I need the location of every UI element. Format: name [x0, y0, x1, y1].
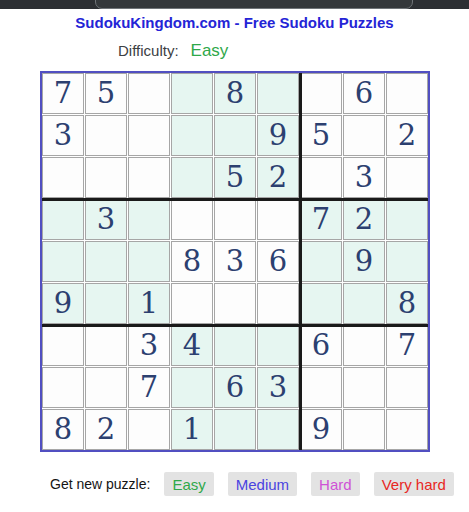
sudoku-cell-r7c9: 7: [386, 325, 428, 366]
sudoku-cell-r4c2: 3: [85, 199, 127, 240]
sudoku-cell-r6c4[interactable]: [171, 283, 213, 324]
sudoku-cell-r5c5: 3: [214, 241, 256, 282]
sudoku-cell-r5c7[interactable]: [300, 241, 342, 282]
sudoku-cell-r5c9[interactable]: [386, 241, 428, 282]
sudoku-cell-r9c4: 1: [171, 409, 213, 450]
sudoku-cell-r3c1[interactable]: [42, 157, 84, 198]
sudoku-cell-r2c1: 3: [42, 115, 84, 156]
sudoku-cell-r3c9[interactable]: [386, 157, 428, 198]
sudoku-cell-r2c9: 2: [386, 115, 428, 156]
sudoku-cell-r3c6: 2: [257, 157, 299, 198]
sudoku-cell-r6c2[interactable]: [85, 283, 127, 324]
sudoku-cell-r7c4: 4: [171, 325, 213, 366]
difficulty-line: Difficulty: Easy: [118, 41, 228, 61]
sudoku-cell-r8c4[interactable]: [171, 367, 213, 408]
new-puzzle-easy-button[interactable]: Easy: [164, 472, 213, 496]
sudoku-cell-r1c3[interactable]: [128, 73, 170, 114]
sudoku-cell-r7c1[interactable]: [42, 325, 84, 366]
sudoku-cell-r4c7: 7: [300, 199, 342, 240]
sudoku-cell-r7c8[interactable]: [343, 325, 385, 366]
sudoku-board: 75863952523372836991834677638219: [40, 71, 430, 452]
sudoku-cell-r1c9[interactable]: [386, 73, 428, 114]
new-puzzle-label: Get new puzzle:: [50, 476, 150, 492]
sudoku-cell-r5c4: 8: [171, 241, 213, 282]
sudoku-cell-r7c5[interactable]: [214, 325, 256, 366]
sudoku-cell-r7c6[interactable]: [257, 325, 299, 366]
sudoku-cell-r8c8[interactable]: [343, 367, 385, 408]
sudoku-cell-r7c7: 6: [300, 325, 342, 366]
browser-omnibox[interactable]: [95, 0, 413, 9]
sudoku-cell-r7c2[interactable]: [85, 325, 127, 366]
new-puzzle-bar: Get new puzzle: EasyMediumHardVery hard: [50, 472, 454, 496]
sudoku-cell-r5c1[interactable]: [42, 241, 84, 282]
sudoku-cell-r6c8[interactable]: [343, 283, 385, 324]
sudoku-cell-r1c4[interactable]: [171, 73, 213, 114]
sudoku-cell-r2c3[interactable]: [128, 115, 170, 156]
sudoku-cell-r2c2[interactable]: [85, 115, 127, 156]
sudoku-cell-r9c8[interactable]: [343, 409, 385, 450]
sudoku-cell-r8c1[interactable]: [42, 367, 84, 408]
sudoku-cell-r9c2: 2: [85, 409, 127, 450]
sudoku-cell-r9c3[interactable]: [128, 409, 170, 450]
sudoku-cell-r4c5[interactable]: [214, 199, 256, 240]
sudoku-cell-r5c6: 6: [257, 241, 299, 282]
sudoku-cell-r1c8: 6: [343, 73, 385, 114]
sudoku-cell-r3c3[interactable]: [128, 157, 170, 198]
sudoku-cell-r4c3[interactable]: [128, 199, 170, 240]
box-boundary-line-horizontal: [42, 324, 428, 327]
sudoku-cell-r1c6[interactable]: [257, 73, 299, 114]
sudoku-cell-r4c4[interactable]: [171, 199, 213, 240]
sudoku-cell-r3c4[interactable]: [171, 157, 213, 198]
difficulty-label: Difficulty:: [118, 42, 179, 59]
sudoku-cell-r9c7: 9: [300, 409, 342, 450]
new-puzzle-hard-button[interactable]: Hard: [311, 472, 360, 496]
sudoku-cell-r5c8: 9: [343, 241, 385, 282]
sudoku-cell-r4c9[interactable]: [386, 199, 428, 240]
sudoku-cell-r4c6[interactable]: [257, 199, 299, 240]
sudoku-cell-r9c6[interactable]: [257, 409, 299, 450]
browser-chrome-bar: [0, 0, 469, 9]
sudoku-cell-r2c4[interactable]: [171, 115, 213, 156]
sudoku-cell-r8c3: 7: [128, 367, 170, 408]
new-puzzle-medium-button[interactable]: Medium: [228, 472, 297, 496]
sudoku-cell-r2c6: 9: [257, 115, 299, 156]
sudoku-cell-r8c9[interactable]: [386, 367, 428, 408]
sudoku-cell-r8c5: 6: [214, 367, 256, 408]
difficulty-value: Easy: [191, 41, 229, 61]
sudoku-cell-r6c1: 9: [42, 283, 84, 324]
sudoku-cell-r1c2: 5: [85, 73, 127, 114]
sudoku-cell-r2c5[interactable]: [214, 115, 256, 156]
sudoku-cell-r1c1: 7: [42, 73, 84, 114]
sudoku-cell-r1c5: 8: [214, 73, 256, 114]
sudoku-cell-r9c5[interactable]: [214, 409, 256, 450]
sudoku-cell-r5c2[interactable]: [85, 241, 127, 282]
new-puzzle-very-hard-button[interactable]: Very hard: [374, 472, 454, 496]
sudoku-cell-r8c7[interactable]: [300, 367, 342, 408]
box-boundary-line-vertical: [299, 73, 302, 450]
sudoku-cell-r6c6[interactable]: [257, 283, 299, 324]
sudoku-cell-r6c5[interactable]: [214, 283, 256, 324]
sudoku-cell-r1c7[interactable]: [300, 73, 342, 114]
sudoku-cell-r2c7: 5: [300, 115, 342, 156]
sudoku-cell-r5c3[interactable]: [128, 241, 170, 282]
sudoku-cell-r3c8: 3: [343, 157, 385, 198]
sudoku-cell-r6c9: 8: [386, 283, 428, 324]
sudoku-cell-r6c7[interactable]: [300, 283, 342, 324]
sudoku-cell-r8c2[interactable]: [85, 367, 127, 408]
sudoku-cell-r7c3: 3: [128, 325, 170, 366]
sudoku-cell-r4c8: 2: [343, 199, 385, 240]
sudoku-cell-r9c9[interactable]: [386, 409, 428, 450]
sudoku-cell-r9c1: 8: [42, 409, 84, 450]
box-boundary-line-horizontal: [42, 198, 428, 201]
sudoku-cell-r3c5: 5: [214, 157, 256, 198]
sudoku-cell-r2c8[interactable]: [343, 115, 385, 156]
sudoku-cell-r6c3: 1: [128, 283, 170, 324]
sudoku-cell-r4c1[interactable]: [42, 199, 84, 240]
sudoku-cell-r8c6: 3: [257, 367, 299, 408]
sudoku-cell-r3c7[interactable]: [300, 157, 342, 198]
page-title: SudokuKingdom.com - Free Sudoku Puzzles: [0, 14, 469, 31]
sudoku-cell-r3c2[interactable]: [85, 157, 127, 198]
